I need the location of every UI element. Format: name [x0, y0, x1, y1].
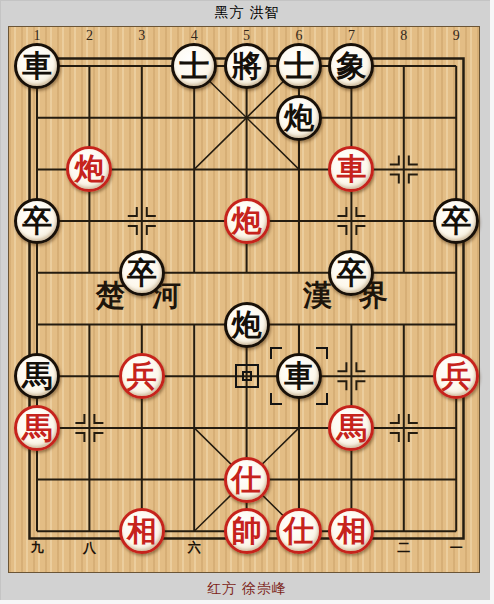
file-label-top-3: 3 [132, 28, 152, 44]
piece-black-soldier[interactable]: 卒 [328, 250, 374, 296]
piece-black-soldier[interactable]: 卒 [119, 250, 165, 296]
file-label-bottom-4: 六 [184, 539, 204, 557]
piece-black-horse[interactable]: 馬 [14, 353, 60, 399]
piece-red-elephant[interactable]: 相 [119, 508, 165, 554]
piece-black-soldier[interactable]: 卒 [14, 198, 60, 244]
file-label-top-4: 4 [184, 28, 204, 44]
piece-red-horse[interactable]: 馬 [14, 405, 60, 451]
file-label-top-5: 5 [237, 28, 257, 44]
file-label-top-7: 7 [341, 28, 361, 44]
file-label-bottom-2: 八 [79, 539, 99, 557]
last-move-from-marker [235, 364, 259, 388]
bracket-top-left [270, 347, 282, 359]
bracket-bottom-left [270, 393, 282, 405]
piece-red-soldier[interactable]: 兵 [119, 353, 165, 399]
file-label-top-6: 6 [289, 28, 309, 44]
file-label-top-2: 2 [79, 28, 99, 44]
piece-red-advisor[interactable]: 仕 [224, 457, 270, 503]
piece-black-general[interactable]: 將 [224, 43, 270, 89]
piece-red-cannon[interactable]: 炮 [224, 198, 270, 244]
file-label-top-8: 8 [394, 28, 414, 44]
piece-black-advisor[interactable]: 士 [276, 43, 322, 89]
piece-red-horse[interactable]: 馬 [328, 405, 374, 451]
piece-red-advisor[interactable]: 仕 [276, 508, 322, 554]
file-label-bottom-9: 一 [446, 539, 466, 557]
bracket-top-right [316, 347, 328, 359]
file-label-top-1: 1 [27, 28, 47, 44]
board[interactable]: 楚河 漢界 123456789九八七六五四三二一車士將士象炮炮車卒炮卒卒卒炮馬兵… [8, 26, 480, 573]
black-player-label: 黑方 洪智 [0, 4, 494, 22]
red-player-label: 红方 徐崇峰 [0, 580, 494, 598]
last-move-to-marker [270, 347, 328, 405]
last-move-from-marker-inner [242, 371, 252, 381]
file-label-top-9: 9 [446, 28, 466, 44]
piece-black-cannon[interactable]: 炮 [276, 95, 322, 141]
file-label-bottom-8: 二 [394, 539, 414, 557]
piece-black-chariot[interactable]: 車 [14, 43, 60, 89]
piece-red-general[interactable]: 帥 [224, 508, 270, 554]
piece-black-soldier[interactable]: 卒 [433, 198, 479, 244]
piece-black-advisor[interactable]: 士 [171, 43, 217, 89]
bracket-bottom-right [316, 393, 328, 405]
piece-black-cannon[interactable]: 炮 [224, 302, 270, 348]
app-window: 黑方 洪智 楚河 漢界 123456789九八七六五四三二一車士將士象炮炮車卒炮… [0, 0, 494, 604]
file-label-bottom-1: 九 [27, 539, 47, 557]
